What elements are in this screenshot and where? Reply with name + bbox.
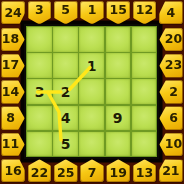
- border-tile-left-1[interactable]: 17: [1, 54, 24, 78]
- border-tile-right-1[interactable]: 23: [159, 54, 182, 78]
- grid-cell-r4c4[interactable]: [132, 132, 156, 156]
- border-tile-right-3[interactable]: 6: [159, 106, 182, 130]
- grid-cell-r1c4[interactable]: [132, 53, 156, 77]
- border-tile-bottom-1[interactable]: 22: [28, 159, 52, 182]
- grid-cell-r0c2[interactable]: [79, 27, 103, 51]
- grid-cell-r0c4[interactable]: [132, 27, 156, 51]
- border-tile-left-2[interactable]: 14: [1, 80, 24, 104]
- border-tile-left-0[interactable]: 18: [1, 28, 24, 52]
- border-tile-bottom-5[interactable]: 13: [133, 159, 157, 182]
- puzzle-grid: 132495: [24, 24, 159, 159]
- grid-cell-r2c3[interactable]: [106, 79, 130, 103]
- border-tile-top-3[interactable]: 1: [80, 1, 104, 24]
- border-tile-top-6[interactable]: 4: [159, 1, 183, 24]
- border-tile-bottom-6[interactable]: 21: [159, 159, 183, 182]
- grid-cell-r2c2[interactable]: [79, 79, 103, 103]
- grid-cell-r2c1[interactable]: 2: [53, 79, 77, 103]
- border-tile-left-4[interactable]: 11: [1, 133, 24, 157]
- grid-cell-r3c2[interactable]: [79, 106, 103, 130]
- grid-cell-r2c4[interactable]: [132, 79, 156, 103]
- border-tile-bottom-4[interactable]: 19: [106, 159, 130, 182]
- grid-cell-r4c0[interactable]: [27, 132, 51, 156]
- border-tile-bottom-0[interactable]: 16: [1, 159, 25, 182]
- grid-cell-r4c1[interactable]: 5: [53, 132, 77, 156]
- grid-cell-r3c1[interactable]: 4: [53, 106, 77, 130]
- grid-cell-r0c3[interactable]: [106, 27, 130, 51]
- border-tile-top-2[interactable]: 5: [54, 1, 78, 24]
- grid-cell-r1c2[interactable]: 1: [79, 53, 103, 77]
- grid-cell-r2c0[interactable]: 3: [27, 79, 51, 103]
- cell-number: 3: [35, 85, 45, 99]
- grid-cell-r3c3[interactable]: 9: [106, 106, 130, 130]
- cell-number: 9: [113, 111, 123, 125]
- border-tile-right-2[interactable]: 2: [159, 80, 182, 104]
- border-tile-top-4[interactable]: 15: [106, 1, 130, 24]
- grid-cell-r1c1[interactable]: [53, 53, 77, 77]
- grid-cell-r0c0[interactable]: [27, 27, 51, 51]
- grid-cell-r1c0[interactable]: [27, 53, 51, 77]
- grid-cell-r4c3[interactable]: [106, 132, 130, 156]
- grid-cell-r1c3[interactable]: [106, 53, 130, 77]
- border-tile-right-4[interactable]: 10: [159, 133, 182, 157]
- cell-number: 4: [61, 111, 71, 125]
- grid-cell-r0c1[interactable]: [53, 27, 77, 51]
- border-tile-bottom-2[interactable]: 25: [54, 159, 78, 182]
- border-tile-top-5[interactable]: 12: [133, 1, 157, 24]
- border-tile-right-0[interactable]: 20: [159, 28, 182, 52]
- cell-number: 2: [61, 85, 71, 99]
- cell-number: 5: [61, 137, 71, 151]
- border-tile-left-3[interactable]: 8: [1, 106, 24, 130]
- puzzle-screen: 132495 243511512416222571913211817148112…: [0, 0, 184, 184]
- grid-cell-r4c2[interactable]: [79, 132, 103, 156]
- border-tile-top-0[interactable]: 24: [1, 1, 25, 24]
- grid-cell-r3c0[interactable]: [27, 106, 51, 130]
- border-tile-top-1[interactable]: 3: [28, 1, 52, 24]
- border-tile-bottom-3[interactable]: 7: [80, 159, 104, 182]
- cell-number: 1: [87, 59, 97, 73]
- grid-cell-r3c4[interactable]: [132, 106, 156, 130]
